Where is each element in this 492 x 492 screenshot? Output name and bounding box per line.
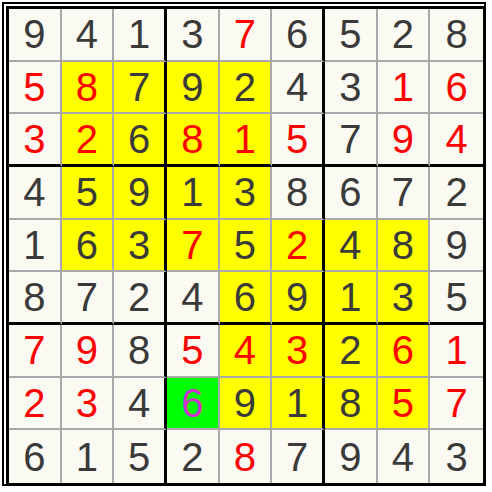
cell-r3c9[interactable]: 4 bbox=[430, 114, 483, 167]
cell-r9c8[interactable]: 4 bbox=[378, 430, 431, 483]
cell-r6c2[interactable]: 7 bbox=[62, 272, 115, 325]
cell-r6c3[interactable]: 2 bbox=[114, 272, 167, 325]
cell-r8c5[interactable]: 9 bbox=[220, 378, 273, 431]
cell-r7c9[interactable]: 1 bbox=[430, 325, 483, 378]
cell-r8c7[interactable]: 8 bbox=[325, 378, 378, 431]
cell-r3c4[interactable]: 8 bbox=[167, 114, 220, 167]
cell-r3c2[interactable]: 2 bbox=[62, 114, 115, 167]
sudoku-board: 9413765285879243163268157944591386721637… bbox=[6, 6, 486, 486]
cell-r8c6[interactable]: 1 bbox=[272, 378, 325, 431]
cell-r5c8[interactable]: 8 bbox=[378, 220, 431, 273]
cell-r6c1[interactable]: 8 bbox=[9, 272, 62, 325]
cell-r7c3[interactable]: 8 bbox=[114, 325, 167, 378]
cell-r7c7[interactable]: 2 bbox=[325, 325, 378, 378]
cell-r1c4[interactable]: 3 bbox=[167, 9, 220, 62]
cell-r1c7[interactable]: 5 bbox=[325, 9, 378, 62]
cell-r6c9[interactable]: 5 bbox=[430, 272, 483, 325]
cell-r1c3[interactable]: 1 bbox=[114, 9, 167, 62]
cell-r8c3[interactable]: 4 bbox=[114, 378, 167, 431]
cell-r3c1[interactable]: 3 bbox=[9, 114, 62, 167]
cell-r1c5[interactable]: 7 bbox=[220, 9, 273, 62]
cell-r8c1[interactable]: 2 bbox=[9, 378, 62, 431]
cell-r3c3[interactable]: 6 bbox=[114, 114, 167, 167]
cell-r4c9[interactable]: 2 bbox=[430, 167, 483, 220]
cell-r3c7[interactable]: 7 bbox=[325, 114, 378, 167]
cell-r8c8[interactable]: 5 bbox=[378, 378, 431, 431]
cell-r1c1[interactable]: 9 bbox=[9, 9, 62, 62]
cell-r2c7[interactable]: 3 bbox=[325, 62, 378, 115]
cell-r5c4[interactable]: 7 bbox=[167, 220, 220, 273]
cell-r6c8[interactable]: 3 bbox=[378, 272, 431, 325]
cell-r5c6[interactable]: 2 bbox=[272, 220, 325, 273]
cell-r4c2[interactable]: 5 bbox=[62, 167, 115, 220]
cell-r6c7[interactable]: 1 bbox=[325, 272, 378, 325]
cell-r2c9[interactable]: 6 bbox=[430, 62, 483, 115]
cell-r9c5[interactable]: 8 bbox=[220, 430, 273, 483]
cell-r1c2[interactable]: 4 bbox=[62, 9, 115, 62]
cell-r5c2[interactable]: 6 bbox=[62, 220, 115, 273]
cell-r3c8[interactable]: 9 bbox=[378, 114, 431, 167]
cell-r9c9[interactable]: 3 bbox=[430, 430, 483, 483]
cell-r3c5[interactable]: 1 bbox=[220, 114, 273, 167]
cell-r1c6[interactable]: 6 bbox=[272, 9, 325, 62]
cell-r9c3[interactable]: 5 bbox=[114, 430, 167, 483]
cell-r1c8[interactable]: 2 bbox=[378, 9, 431, 62]
cell-r8c4[interactable]: 6 bbox=[167, 378, 220, 431]
cell-r2c6[interactable]: 4 bbox=[272, 62, 325, 115]
cell-r8c2[interactable]: 3 bbox=[62, 378, 115, 431]
cell-r4c4[interactable]: 1 bbox=[167, 167, 220, 220]
cell-r2c5[interactable]: 2 bbox=[220, 62, 273, 115]
cell-r2c1[interactable]: 5 bbox=[9, 62, 62, 115]
cell-r9c7[interactable]: 9 bbox=[325, 430, 378, 483]
cell-r2c2[interactable]: 8 bbox=[62, 62, 115, 115]
cell-r3c6[interactable]: 5 bbox=[272, 114, 325, 167]
cell-r7c2[interactable]: 9 bbox=[62, 325, 115, 378]
cell-r9c4[interactable]: 2 bbox=[167, 430, 220, 483]
cell-r5c5[interactable]: 5 bbox=[220, 220, 273, 273]
cell-r4c7[interactable]: 6 bbox=[325, 167, 378, 220]
cell-r9c2[interactable]: 1 bbox=[62, 430, 115, 483]
cell-r2c8[interactable]: 1 bbox=[378, 62, 431, 115]
cell-r2c4[interactable]: 9 bbox=[167, 62, 220, 115]
cell-r9c6[interactable]: 7 bbox=[272, 430, 325, 483]
cell-r5c7[interactable]: 4 bbox=[325, 220, 378, 273]
cell-r7c8[interactable]: 6 bbox=[378, 325, 431, 378]
cell-r4c6[interactable]: 8 bbox=[272, 167, 325, 220]
cell-r6c5[interactable]: 6 bbox=[220, 272, 273, 325]
cell-r7c1[interactable]: 7 bbox=[9, 325, 62, 378]
cell-r4c1[interactable]: 4 bbox=[9, 167, 62, 220]
cell-r5c3[interactable]: 3 bbox=[114, 220, 167, 273]
cell-r4c3[interactable]: 9 bbox=[114, 167, 167, 220]
cell-r1c9[interactable]: 8 bbox=[430, 9, 483, 62]
cell-r5c1[interactable]: 1 bbox=[9, 220, 62, 273]
cell-r7c5[interactable]: 4 bbox=[220, 325, 273, 378]
cell-r4c8[interactable]: 7 bbox=[378, 167, 431, 220]
cell-r4c5[interactable]: 3 bbox=[220, 167, 273, 220]
cell-r8c9[interactable]: 7 bbox=[430, 378, 483, 431]
cell-r6c4[interactable]: 4 bbox=[167, 272, 220, 325]
cell-r5c9[interactable]: 9 bbox=[430, 220, 483, 273]
cell-r9c1[interactable]: 6 bbox=[9, 430, 62, 483]
cell-r6c6[interactable]: 9 bbox=[272, 272, 325, 325]
cell-r2c3[interactable]: 7 bbox=[114, 62, 167, 115]
cell-r7c4[interactable]: 5 bbox=[167, 325, 220, 378]
board-outer-frame: 9413765285879243163268157944591386721637… bbox=[2, 2, 486, 486]
cell-r7c6[interactable]: 3 bbox=[272, 325, 325, 378]
